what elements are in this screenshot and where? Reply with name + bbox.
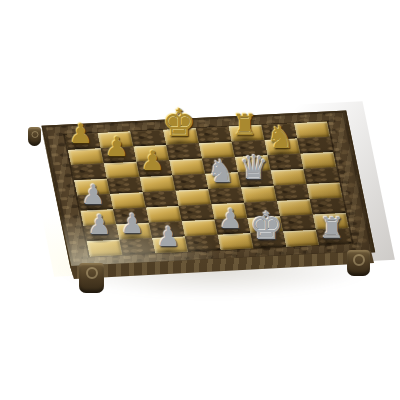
pawn-glyph: ♟ <box>130 148 176 174</box>
knight-glyph: ♞ <box>198 156 244 186</box>
piece-silver-knight-e5[interactable]: ♞ <box>198 156 244 186</box>
piece-silver-pawn-a2[interactable]: ♟ <box>77 212 123 238</box>
rook-glyph: ♜ <box>309 214 355 242</box>
piece-gold-pawn-c6[interactable]: ♟ <box>130 148 176 174</box>
pawn-glyph: ♟ <box>70 181 116 207</box>
pawn-glyph: ♟ <box>77 212 123 238</box>
square-h5[interactable] <box>304 167 340 184</box>
square-g4[interactable] <box>274 184 310 201</box>
king-glyph: ♚ <box>244 208 290 245</box>
chess-set-photo: ♟♚♜♟♞♟♞♛♟♟♟♟♟♚♜ <box>0 0 400 400</box>
square-h4[interactable] <box>307 182 343 199</box>
square-c4[interactable] <box>143 191 179 208</box>
square-h6[interactable] <box>300 152 336 169</box>
piece-silver-pawn-c1[interactable]: ♟ <box>145 224 191 250</box>
board-foot-front-left <box>79 263 104 293</box>
piece-silver-rook-h1[interactable]: ♜ <box>309 214 355 242</box>
board-foot-front-right <box>347 250 370 276</box>
square-d4[interactable] <box>176 189 212 206</box>
king-glyph: ♚ <box>156 105 202 142</box>
piece-gold-king-d8[interactable]: ♚ <box>156 105 202 142</box>
piece-silver-king-f1[interactable]: ♚ <box>244 208 290 245</box>
board-foot-back-left <box>28 127 41 146</box>
piece-silver-pawn-a4[interactable]: ♟ <box>70 181 116 207</box>
pawn-glyph: ♟ <box>145 224 191 250</box>
